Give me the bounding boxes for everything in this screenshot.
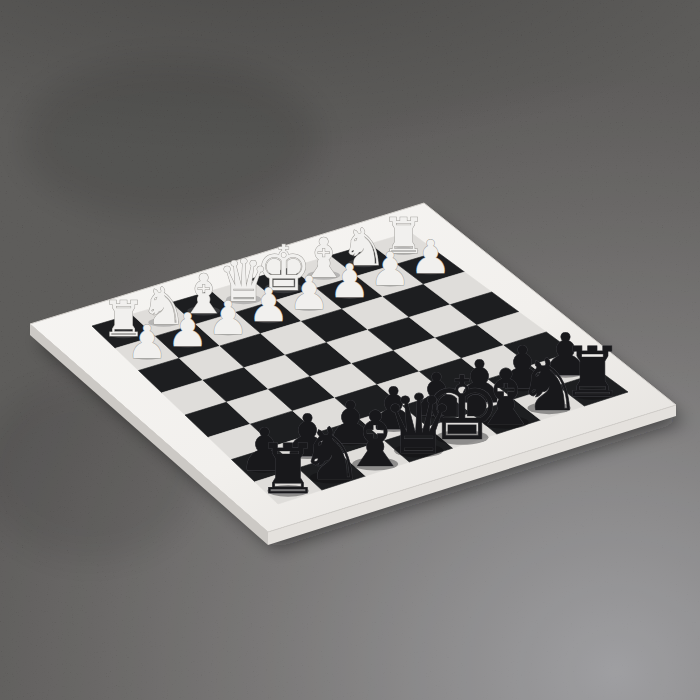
piece-white-pawn-a2: ♟ [127,315,168,369]
piece-black-rook-a8: ♜ [257,429,319,509]
chessboard-photo: ♜♞♟♝♟♚♟♛♟♝♟♞♟♜♟♟♟♟♜♟♞♟♝♟♚♟♛♟♝♟♞♜ [0,0,700,700]
concrete-stain [20,60,320,220]
piece-white-pawn-h2: ♟ [410,230,451,284]
piece-white-pawn-b2: ♟ [167,303,208,357]
piece-white-pawn-e2: ♟ [289,266,330,320]
piece-white-pawn-c2: ♟ [208,291,249,345]
piece-white-pawn-g2: ♟ [370,242,411,296]
product-photo: ♜♞♟♝♟♚♟♛♟♝♟♞♟♜♟♟♟♟♜♟♞♟♝♟♚♟♛♟♝♟♞♜ [0,0,700,700]
piece-white-pawn-d2: ♟ [248,278,289,332]
piece-white-pawn-f2: ♟ [329,254,370,308]
